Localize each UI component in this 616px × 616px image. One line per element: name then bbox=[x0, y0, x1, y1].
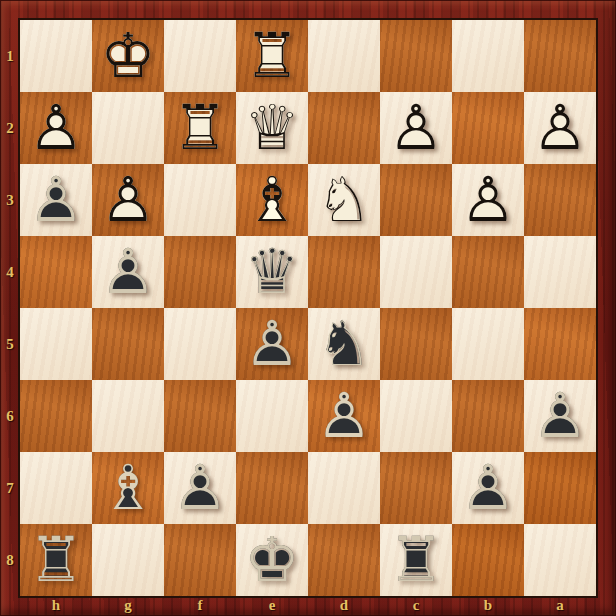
piece-outline-glyph: ♗ bbox=[236, 164, 308, 236]
piece-outline-glyph: ♙ bbox=[92, 236, 164, 308]
square-e5[interactable]: ♟♙ bbox=[236, 308, 308, 380]
rank-label-1: 1 bbox=[0, 20, 20, 92]
white-knight[interactable]: ♞♘ bbox=[308, 164, 380, 236]
piece-outline-glyph: ♙ bbox=[452, 164, 524, 236]
square-e4[interactable]: ♛♕ bbox=[236, 236, 308, 308]
square-c4[interactable] bbox=[380, 236, 452, 308]
square-d3[interactable]: ♞♘ bbox=[308, 164, 380, 236]
rank-label-4: 4 bbox=[0, 236, 20, 308]
piece-outline-glyph: ♕ bbox=[236, 236, 308, 308]
black-pawn[interactable]: ♟♙ bbox=[452, 452, 524, 524]
square-d5[interactable]: ♞♘ bbox=[308, 308, 380, 380]
piece-outline-glyph: ♖ bbox=[20, 524, 92, 596]
square-h4[interactable] bbox=[20, 236, 92, 308]
file-label-a: a bbox=[524, 595, 596, 616]
square-b8[interactable] bbox=[452, 524, 524, 596]
white-pawn[interactable]: ♟♙ bbox=[524, 92, 596, 164]
square-c8[interactable]: ♜♖ bbox=[380, 524, 452, 596]
piece-outline-glyph: ♙ bbox=[452, 452, 524, 524]
piece-outline-glyph: ♙ bbox=[164, 452, 236, 524]
file-label-c: c bbox=[380, 595, 452, 616]
square-e3[interactable]: ♝♗ bbox=[236, 164, 308, 236]
piece-outline-glyph: ♙ bbox=[380, 92, 452, 164]
rank-label-8: 8 bbox=[0, 524, 20, 596]
square-a6[interactable]: ♟♙ bbox=[524, 380, 596, 452]
square-h1[interactable] bbox=[20, 20, 92, 92]
piece-outline-glyph: ♘ bbox=[308, 308, 380, 380]
black-rook[interactable]: ♜♖ bbox=[380, 524, 452, 596]
rank-label-6: 6 bbox=[0, 380, 20, 452]
file-label-g: g bbox=[92, 595, 164, 616]
square-b6[interactable] bbox=[452, 380, 524, 452]
square-b4[interactable] bbox=[452, 236, 524, 308]
square-d7[interactable] bbox=[308, 452, 380, 524]
board-frame: 12345678 ♚♔♜♖♟♙♜♖♛♕♟♙♟♙♟♙♟♙♝♗♞♘♟♙♟♙♛♕♟♙♞… bbox=[0, 0, 616, 616]
piece-outline-glyph: ♙ bbox=[20, 164, 92, 236]
square-b2[interactable] bbox=[452, 92, 524, 164]
square-d4[interactable] bbox=[308, 236, 380, 308]
square-d2[interactable] bbox=[308, 92, 380, 164]
square-a1[interactable] bbox=[524, 20, 596, 92]
piece-outline-glyph: ♗ bbox=[92, 452, 164, 524]
square-a8[interactable] bbox=[524, 524, 596, 596]
black-king[interactable]: ♚♔ bbox=[236, 524, 308, 596]
square-g2[interactable] bbox=[92, 92, 164, 164]
square-f2[interactable]: ♜♖ bbox=[164, 92, 236, 164]
square-g6[interactable] bbox=[92, 380, 164, 452]
square-h5[interactable] bbox=[20, 308, 92, 380]
black-pawn[interactable]: ♟♙ bbox=[20, 164, 92, 236]
rank-label-3: 3 bbox=[0, 164, 20, 236]
piece-outline-glyph: ♙ bbox=[20, 92, 92, 164]
black-bishop[interactable]: ♝♗ bbox=[92, 452, 164, 524]
white-bishop[interactable]: ♝♗ bbox=[236, 164, 308, 236]
square-g1[interactable]: ♚♔ bbox=[92, 20, 164, 92]
square-d1[interactable] bbox=[308, 20, 380, 92]
white-queen[interactable]: ♛♕ bbox=[236, 92, 308, 164]
square-e6[interactable] bbox=[236, 380, 308, 452]
piece-outline-glyph: ♘ bbox=[308, 164, 380, 236]
square-g7[interactable]: ♝♗ bbox=[92, 452, 164, 524]
square-f4[interactable] bbox=[164, 236, 236, 308]
square-g5[interactable] bbox=[92, 308, 164, 380]
square-c3[interactable] bbox=[380, 164, 452, 236]
square-c7[interactable] bbox=[380, 452, 452, 524]
piece-outline-glyph: ♙ bbox=[524, 92, 596, 164]
piece-outline-glyph: ♔ bbox=[236, 524, 308, 596]
square-c1[interactable] bbox=[380, 20, 452, 92]
white-pawn[interactable]: ♟♙ bbox=[92, 164, 164, 236]
file-label-h: h bbox=[20, 595, 92, 616]
square-e1[interactable]: ♜♖ bbox=[236, 20, 308, 92]
rank-label-2: 2 bbox=[0, 92, 20, 164]
piece-outline-glyph: ♖ bbox=[164, 92, 236, 164]
white-pawn[interactable]: ♟♙ bbox=[380, 92, 452, 164]
square-f1[interactable] bbox=[164, 20, 236, 92]
white-pawn[interactable]: ♟♙ bbox=[20, 92, 92, 164]
rank-labels: 12345678 bbox=[0, 20, 20, 596]
black-knight[interactable]: ♞♘ bbox=[308, 308, 380, 380]
square-b1[interactable] bbox=[452, 20, 524, 92]
square-a3[interactable] bbox=[524, 164, 596, 236]
square-f5[interactable] bbox=[164, 308, 236, 380]
piece-outline-glyph: ♙ bbox=[236, 308, 308, 380]
black-queen[interactable]: ♛♕ bbox=[236, 236, 308, 308]
square-b3[interactable]: ♟♙ bbox=[452, 164, 524, 236]
black-pawn[interactable]: ♟♙ bbox=[164, 452, 236, 524]
square-e8[interactable]: ♚♔ bbox=[236, 524, 308, 596]
white-rook[interactable]: ♜♖ bbox=[164, 92, 236, 164]
square-f6[interactable] bbox=[164, 380, 236, 452]
square-c5[interactable] bbox=[380, 308, 452, 380]
square-h8[interactable]: ♜♖ bbox=[20, 524, 92, 596]
square-e2[interactable]: ♛♕ bbox=[236, 92, 308, 164]
square-f7[interactable]: ♟♙ bbox=[164, 452, 236, 524]
square-g8[interactable] bbox=[92, 524, 164, 596]
square-c2[interactable]: ♟♙ bbox=[380, 92, 452, 164]
black-rook[interactable]: ♜♖ bbox=[20, 524, 92, 596]
square-a2[interactable]: ♟♙ bbox=[524, 92, 596, 164]
black-pawn[interactable]: ♟♙ bbox=[308, 380, 380, 452]
black-pawn[interactable]: ♟♙ bbox=[524, 380, 596, 452]
square-b5[interactable] bbox=[452, 308, 524, 380]
square-f3[interactable] bbox=[164, 164, 236, 236]
square-c6[interactable] bbox=[380, 380, 452, 452]
square-d8[interactable] bbox=[308, 524, 380, 596]
square-h7[interactable] bbox=[20, 452, 92, 524]
square-a4[interactable] bbox=[524, 236, 596, 308]
file-label-f: f bbox=[164, 595, 236, 616]
square-a5[interactable] bbox=[524, 308, 596, 380]
square-b7[interactable]: ♟♙ bbox=[452, 452, 524, 524]
piece-outline-glyph: ♔ bbox=[92, 20, 164, 92]
file-label-b: b bbox=[452, 595, 524, 616]
square-d6[interactable]: ♟♙ bbox=[308, 380, 380, 452]
piece-outline-glyph: ♙ bbox=[308, 380, 380, 452]
square-g4[interactable]: ♟♙ bbox=[92, 236, 164, 308]
rank-label-5: 5 bbox=[0, 308, 20, 380]
square-h3[interactable]: ♟♙ bbox=[20, 164, 92, 236]
square-g3[interactable]: ♟♙ bbox=[92, 164, 164, 236]
square-e7[interactable] bbox=[236, 452, 308, 524]
white-pawn[interactable]: ♟♙ bbox=[452, 164, 524, 236]
square-h6[interactable] bbox=[20, 380, 92, 452]
square-f8[interactable] bbox=[164, 524, 236, 596]
rank-label-7: 7 bbox=[0, 452, 20, 524]
piece-outline-glyph: ♖ bbox=[236, 20, 308, 92]
file-label-e: e bbox=[236, 595, 308, 616]
white-rook[interactable]: ♜♖ bbox=[236, 20, 308, 92]
file-label-d: d bbox=[308, 595, 380, 616]
square-a7[interactable] bbox=[524, 452, 596, 524]
black-pawn[interactable]: ♟♙ bbox=[236, 308, 308, 380]
piece-outline-glyph: ♕ bbox=[236, 92, 308, 164]
white-king[interactable]: ♚♔ bbox=[92, 20, 164, 92]
file-labels: hgfedcba bbox=[20, 595, 596, 616]
black-pawn[interactable]: ♟♙ bbox=[92, 236, 164, 308]
piece-outline-glyph: ♙ bbox=[524, 380, 596, 452]
square-h2[interactable]: ♟♙ bbox=[20, 92, 92, 164]
piece-outline-glyph: ♖ bbox=[380, 524, 452, 596]
piece-outline-glyph: ♙ bbox=[92, 164, 164, 236]
chess-board: ♚♔♜♖♟♙♜♖♛♕♟♙♟♙♟♙♟♙♝♗♞♘♟♙♟♙♛♕♟♙♞♘♟♙♟♙♝♗♟♙… bbox=[20, 20, 596, 596]
